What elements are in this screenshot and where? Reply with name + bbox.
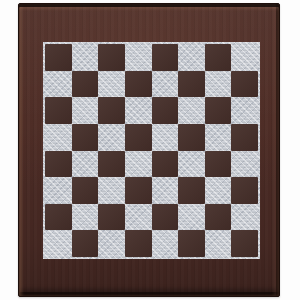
square-r6c5[interactable] bbox=[152, 177, 179, 204]
square-r3c6[interactable] bbox=[178, 97, 205, 124]
square-r8c5[interactable] bbox=[152, 230, 179, 257]
square-r6c8[interactable] bbox=[231, 177, 258, 204]
square-r5c7[interactable] bbox=[205, 151, 232, 178]
square-r8c4[interactable] bbox=[125, 230, 152, 257]
square-r5c2[interactable] bbox=[72, 151, 99, 178]
square-r8c8[interactable] bbox=[231, 230, 258, 257]
square-r8c2[interactable] bbox=[72, 230, 99, 257]
square-r7c8[interactable] bbox=[231, 204, 258, 231]
square-r1c3[interactable] bbox=[98, 44, 125, 71]
playing-field bbox=[43, 42, 260, 259]
square-r6c1[interactable] bbox=[45, 177, 72, 204]
square-r5c1[interactable] bbox=[45, 151, 72, 178]
square-r2c4[interactable] bbox=[125, 71, 152, 98]
square-r1c7[interactable] bbox=[205, 44, 232, 71]
square-r3c4[interactable] bbox=[125, 97, 152, 124]
square-r7c7[interactable] bbox=[205, 204, 232, 231]
square-r5c5[interactable] bbox=[152, 151, 179, 178]
board-photo bbox=[0, 0, 300, 300]
square-r2c3[interactable] bbox=[98, 71, 125, 98]
square-r1c2[interactable] bbox=[72, 44, 99, 71]
square-r3c2[interactable] bbox=[72, 97, 99, 124]
square-r2c2[interactable] bbox=[72, 71, 99, 98]
board-grid bbox=[45, 44, 258, 257]
square-r2c6[interactable] bbox=[178, 71, 205, 98]
square-r4c2[interactable] bbox=[72, 124, 99, 151]
square-r3c7[interactable] bbox=[205, 97, 232, 124]
square-r1c6[interactable] bbox=[178, 44, 205, 71]
square-r4c8[interactable] bbox=[231, 124, 258, 151]
square-r7c4[interactable] bbox=[125, 204, 152, 231]
square-r6c3[interactable] bbox=[98, 177, 125, 204]
square-r8c7[interactable] bbox=[205, 230, 232, 257]
square-r6c6[interactable] bbox=[178, 177, 205, 204]
square-r7c3[interactable] bbox=[98, 204, 125, 231]
square-r3c1[interactable] bbox=[45, 97, 72, 124]
square-r1c8[interactable] bbox=[231, 44, 258, 71]
square-r8c3[interactable] bbox=[98, 230, 125, 257]
square-r8c1[interactable] bbox=[45, 230, 72, 257]
square-r1c1[interactable] bbox=[45, 44, 72, 71]
square-r2c5[interactable] bbox=[152, 71, 179, 98]
square-r4c5[interactable] bbox=[152, 124, 179, 151]
square-r4c7[interactable] bbox=[205, 124, 232, 151]
square-r4c6[interactable] bbox=[178, 124, 205, 151]
square-r1c5[interactable] bbox=[152, 44, 179, 71]
square-r3c5[interactable] bbox=[152, 97, 179, 124]
square-r2c7[interactable] bbox=[205, 71, 232, 98]
square-r6c2[interactable] bbox=[72, 177, 99, 204]
square-r7c5[interactable] bbox=[152, 204, 179, 231]
square-r8c6[interactable] bbox=[178, 230, 205, 257]
square-r5c6[interactable] bbox=[178, 151, 205, 178]
square-r5c3[interactable] bbox=[98, 151, 125, 178]
square-r3c8[interactable] bbox=[231, 97, 258, 124]
chessboard-frame bbox=[18, 3, 280, 297]
square-r2c1[interactable] bbox=[45, 71, 72, 98]
square-r7c1[interactable] bbox=[45, 204, 72, 231]
square-r7c2[interactable] bbox=[72, 204, 99, 231]
square-r2c8[interactable] bbox=[231, 71, 258, 98]
square-r1c4[interactable] bbox=[125, 44, 152, 71]
square-r5c8[interactable] bbox=[231, 151, 258, 178]
square-r6c4[interactable] bbox=[125, 177, 152, 204]
square-r4c1[interactable] bbox=[45, 124, 72, 151]
square-r6c7[interactable] bbox=[205, 177, 232, 204]
square-r4c3[interactable] bbox=[98, 124, 125, 151]
square-r7c6[interactable] bbox=[178, 204, 205, 231]
square-r3c3[interactable] bbox=[98, 97, 125, 124]
square-r4c4[interactable] bbox=[125, 124, 152, 151]
square-r5c4[interactable] bbox=[125, 151, 152, 178]
